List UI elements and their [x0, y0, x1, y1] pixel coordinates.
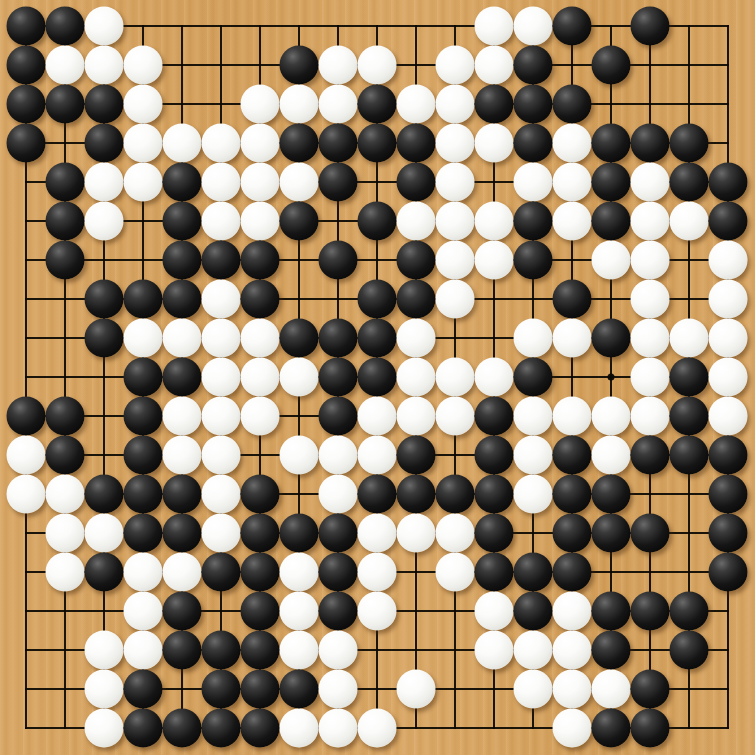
stone-white[interactable]: ○ [124, 592, 163, 631]
stone-black[interactable]: ● [85, 319, 124, 358]
stone-white[interactable]: ○ [202, 202, 241, 241]
stone-white[interactable]: ○ [280, 709, 319, 748]
star-point [608, 374, 615, 381]
stone-black[interactable]: ● [553, 475, 592, 514]
stone-black[interactable]: ● [553, 436, 592, 475]
stone-black[interactable]: ● [241, 553, 280, 592]
stone-white[interactable]: ○ [709, 358, 748, 397]
stone-black[interactable]: ● [514, 124, 553, 163]
stone-black[interactable]: ● [631, 7, 670, 46]
stone-black[interactable]: ● [553, 514, 592, 553]
stone-white[interactable]: ○ [85, 163, 124, 202]
stone-black[interactable]: ● [553, 280, 592, 319]
stone-white[interactable]: ○ [124, 124, 163, 163]
stone-black[interactable]: ● [475, 514, 514, 553]
stone-white[interactable]: ○ [7, 436, 46, 475]
stone-white[interactable]: ○ [358, 397, 397, 436]
stone-black[interactable]: ● [7, 397, 46, 436]
stone-black[interactable]: ● [670, 631, 709, 670]
stone-white[interactable]: ○ [553, 397, 592, 436]
stone-white[interactable]: ○ [514, 670, 553, 709]
stone-black[interactable]: ● [514, 241, 553, 280]
stone-white[interactable]: ○ [709, 241, 748, 280]
stone-black[interactable]: ● [397, 124, 436, 163]
stone-white[interactable]: ○ [709, 280, 748, 319]
stone-black[interactable]: ● [319, 163, 358, 202]
stone-white[interactable]: ○ [553, 163, 592, 202]
stone-black[interactable]: ● [670, 124, 709, 163]
stone-white[interactable]: ○ [397, 319, 436, 358]
stone-white[interactable]: ○ [241, 397, 280, 436]
stone-black[interactable]: ● [319, 241, 358, 280]
stone-black[interactable]: ● [163, 631, 202, 670]
go-game-screenshot: ●●○○○●●●○○○●○○○○●●●●●○○○○●○○●●●●●○○○○●●●… [0, 0, 755, 755]
stone-black[interactable]: ● [241, 280, 280, 319]
stone-white[interactable]: ○ [202, 397, 241, 436]
stone-black[interactable]: ● [592, 514, 631, 553]
stone-white[interactable]: ○ [85, 7, 124, 46]
stone-white[interactable]: ○ [553, 319, 592, 358]
stone-white[interactable]: ○ [631, 163, 670, 202]
stone-white[interactable]: ○ [124, 85, 163, 124]
stone-black[interactable]: ● [46, 241, 85, 280]
stone-black[interactable]: ● [163, 475, 202, 514]
stone-black[interactable]: ● [319, 397, 358, 436]
stone-black[interactable]: ● [709, 475, 748, 514]
stone-white[interactable]: ○ [163, 319, 202, 358]
stone-black[interactable]: ● [241, 670, 280, 709]
stone-white[interactable]: ○ [85, 514, 124, 553]
stone-white[interactable]: ○ [280, 553, 319, 592]
stone-white[interactable]: ○ [670, 202, 709, 241]
stone-black[interactable]: ● [163, 280, 202, 319]
stone-black[interactable]: ● [592, 124, 631, 163]
stone-white[interactable]: ○ [319, 85, 358, 124]
stone-black[interactable]: ● [514, 85, 553, 124]
stone-black[interactable]: ● [397, 280, 436, 319]
stone-black[interactable]: ● [202, 670, 241, 709]
stone-black[interactable]: ● [475, 475, 514, 514]
stone-white[interactable]: ○ [202, 124, 241, 163]
stone-white[interactable]: ○ [397, 202, 436, 241]
stone-white[interactable]: ○ [163, 436, 202, 475]
stone-black[interactable]: ● [358, 85, 397, 124]
stone-white[interactable]: ○ [241, 202, 280, 241]
stone-black[interactable]: ● [475, 85, 514, 124]
stone-black[interactable]: ● [592, 319, 631, 358]
stone-white[interactable]: ○ [475, 46, 514, 85]
stone-black[interactable]: ● [475, 436, 514, 475]
stone-white[interactable]: ○ [241, 319, 280, 358]
stone-black[interactable]: ● [397, 241, 436, 280]
stone-white[interactable]: ○ [163, 553, 202, 592]
stone-black[interactable]: ● [46, 436, 85, 475]
stone-black[interactable]: ● [553, 7, 592, 46]
stone-white[interactable]: ○ [514, 7, 553, 46]
stone-white[interactable]: ○ [436, 202, 475, 241]
stone-black[interactable]: ● [241, 709, 280, 748]
stone-black[interactable]: ● [202, 553, 241, 592]
stone-white[interactable]: ○ [397, 670, 436, 709]
stone-white[interactable]: ○ [553, 709, 592, 748]
stone-white[interactable]: ○ [124, 319, 163, 358]
stone-white[interactable]: ○ [436, 124, 475, 163]
stone-white[interactable]: ○ [592, 670, 631, 709]
stone-white[interactable]: ○ [124, 553, 163, 592]
stone-black[interactable]: ● [631, 592, 670, 631]
stone-white[interactable]: ○ [475, 7, 514, 46]
stone-white[interactable]: ○ [202, 436, 241, 475]
stone-white[interactable]: ○ [631, 319, 670, 358]
stone-black[interactable]: ● [163, 163, 202, 202]
stone-white[interactable]: ○ [241, 124, 280, 163]
stone-white[interactable]: ○ [85, 631, 124, 670]
stone-black[interactable]: ● [670, 163, 709, 202]
stone-black[interactable]: ● [514, 592, 553, 631]
stone-black[interactable]: ● [592, 202, 631, 241]
stone-white[interactable]: ○ [46, 514, 85, 553]
stone-black[interactable]: ● [475, 397, 514, 436]
stone-black[interactable]: ● [241, 514, 280, 553]
stone-white[interactable]: ○ [319, 709, 358, 748]
stone-black[interactable]: ● [46, 7, 85, 46]
stone-black[interactable]: ● [124, 358, 163, 397]
go-board[interactable]: ●●○○○●●●○○○●○○○○●●●●●○○○○●○○●●●●●○○○○●●●… [0, 0, 755, 755]
stone-white[interactable]: ○ [514, 397, 553, 436]
stone-white[interactable]: ○ [475, 631, 514, 670]
stone-black[interactable]: ● [124, 436, 163, 475]
stone-white[interactable]: ○ [202, 163, 241, 202]
stone-white[interactable]: ○ [631, 202, 670, 241]
stone-black[interactable]: ● [592, 709, 631, 748]
stone-white[interactable]: ○ [436, 514, 475, 553]
stone-white[interactable]: ○ [514, 319, 553, 358]
stone-black[interactable]: ● [358, 280, 397, 319]
stone-black[interactable]: ● [280, 46, 319, 85]
stone-black[interactable]: ● [709, 202, 748, 241]
stone-black[interactable]: ● [358, 475, 397, 514]
stone-white[interactable]: ○ [397, 514, 436, 553]
stone-white[interactable]: ○ [319, 670, 358, 709]
stone-white[interactable]: ○ [631, 280, 670, 319]
stone-black[interactable]: ● [202, 709, 241, 748]
stone-black[interactable]: ● [46, 202, 85, 241]
stone-black[interactable]: ● [631, 124, 670, 163]
stone-white[interactable]: ○ [280, 358, 319, 397]
stone-black[interactable]: ● [514, 202, 553, 241]
stone-black[interactable]: ● [85, 124, 124, 163]
stone-black[interactable]: ● [124, 280, 163, 319]
stone-white[interactable]: ○ [358, 592, 397, 631]
stone-white[interactable]: ○ [319, 436, 358, 475]
stone-black[interactable]: ● [709, 163, 748, 202]
stone-black[interactable]: ● [7, 124, 46, 163]
stone-black[interactable]: ● [163, 241, 202, 280]
stone-white[interactable]: ○ [436, 397, 475, 436]
stone-black[interactable]: ● [514, 553, 553, 592]
stone-white[interactable]: ○ [163, 397, 202, 436]
stone-white[interactable]: ○ [241, 163, 280, 202]
stone-white[interactable]: ○ [631, 358, 670, 397]
stone-white[interactable]: ○ [514, 631, 553, 670]
stone-white[interactable]: ○ [46, 553, 85, 592]
stone-white[interactable]: ○ [475, 202, 514, 241]
stone-black[interactable]: ● [592, 46, 631, 85]
stone-black[interactable]: ● [670, 358, 709, 397]
stone-white[interactable]: ○ [358, 436, 397, 475]
stone-black[interactable]: ● [124, 397, 163, 436]
stone-black[interactable]: ● [358, 124, 397, 163]
stone-white[interactable]: ○ [436, 553, 475, 592]
stone-black[interactable]: ● [397, 436, 436, 475]
stone-white[interactable]: ○ [319, 631, 358, 670]
stone-black[interactable]: ● [358, 358, 397, 397]
stone-black[interactable]: ● [709, 514, 748, 553]
stone-black[interactable]: ● [280, 124, 319, 163]
stone-white[interactable]: ○ [553, 592, 592, 631]
stone-black[interactable]: ● [280, 202, 319, 241]
stone-black[interactable]: ● [202, 631, 241, 670]
stone-black[interactable]: ● [514, 46, 553, 85]
stone-black[interactable]: ● [7, 85, 46, 124]
stone-white[interactable]: ○ [202, 358, 241, 397]
stone-white[interactable]: ○ [358, 46, 397, 85]
stone-white[interactable]: ○ [202, 475, 241, 514]
stone-black[interactable]: ● [631, 709, 670, 748]
stone-white[interactable]: ○ [592, 397, 631, 436]
stone-white[interactable]: ○ [436, 163, 475, 202]
stone-black[interactable]: ● [514, 358, 553, 397]
stone-black[interactable]: ● [163, 592, 202, 631]
stone-black[interactable]: ● [319, 514, 358, 553]
stone-black[interactable]: ● [553, 553, 592, 592]
stone-white[interactable]: ○ [553, 202, 592, 241]
stone-black[interactable]: ● [319, 553, 358, 592]
stone-white[interactable]: ○ [631, 241, 670, 280]
stone-white[interactable]: ○ [553, 124, 592, 163]
stone-white[interactable]: ○ [436, 46, 475, 85]
stone-black[interactable]: ● [709, 436, 748, 475]
stone-white[interactable]: ○ [241, 358, 280, 397]
stone-white[interactable]: ○ [85, 670, 124, 709]
stone-black[interactable]: ● [7, 7, 46, 46]
stone-black[interactable]: ● [241, 241, 280, 280]
stone-white[interactable]: ○ [280, 592, 319, 631]
stone-white[interactable]: ○ [7, 475, 46, 514]
stone-white[interactable]: ○ [280, 631, 319, 670]
stone-white[interactable]: ○ [358, 709, 397, 748]
stone-white[interactable]: ○ [709, 319, 748, 358]
stone-white[interactable]: ○ [202, 280, 241, 319]
stone-black[interactable]: ● [280, 670, 319, 709]
stone-black[interactable]: ● [280, 319, 319, 358]
stone-black[interactable]: ● [631, 514, 670, 553]
stone-white[interactable]: ○ [46, 475, 85, 514]
stone-white[interactable]: ○ [46, 46, 85, 85]
stone-white[interactable]: ○ [85, 202, 124, 241]
stone-white[interactable]: ○ [241, 85, 280, 124]
stone-white[interactable]: ○ [436, 358, 475, 397]
stone-white[interactable]: ○ [358, 553, 397, 592]
stone-white[interactable]: ○ [124, 631, 163, 670]
stone-white[interactable]: ○ [475, 124, 514, 163]
stone-black[interactable]: ● [7, 46, 46, 85]
stone-white[interactable]: ○ [319, 475, 358, 514]
stone-white[interactable]: ○ [85, 709, 124, 748]
stone-white[interactable]: ○ [202, 514, 241, 553]
stone-white[interactable]: ○ [436, 241, 475, 280]
stone-black[interactable]: ● [436, 475, 475, 514]
stone-white[interactable]: ○ [592, 241, 631, 280]
stone-black[interactable]: ● [631, 670, 670, 709]
stone-white[interactable]: ○ [475, 241, 514, 280]
stone-black[interactable]: ● [592, 631, 631, 670]
stone-white[interactable]: ○ [358, 514, 397, 553]
stone-white[interactable]: ○ [553, 670, 592, 709]
stone-black[interactable]: ● [163, 709, 202, 748]
stone-white[interactable]: ○ [319, 46, 358, 85]
stone-black[interactable]: ● [46, 397, 85, 436]
stone-white[interactable]: ○ [514, 163, 553, 202]
stone-black[interactable]: ● [163, 514, 202, 553]
stone-white[interactable]: ○ [475, 358, 514, 397]
stone-black[interactable]: ● [553, 85, 592, 124]
stone-black[interactable]: ● [358, 202, 397, 241]
stone-black[interactable]: ● [124, 475, 163, 514]
stone-white[interactable]: ○ [397, 85, 436, 124]
stone-black[interactable]: ● [397, 163, 436, 202]
stone-black[interactable]: ● [475, 553, 514, 592]
stone-white[interactable]: ○ [592, 436, 631, 475]
stone-black[interactable]: ● [592, 163, 631, 202]
stone-black[interactable]: ● [163, 202, 202, 241]
stone-black[interactable]: ● [85, 553, 124, 592]
stone-white[interactable]: ○ [709, 397, 748, 436]
stone-black[interactable]: ● [319, 358, 358, 397]
stone-black[interactable]: ● [85, 85, 124, 124]
stone-black[interactable]: ● [46, 163, 85, 202]
stone-black[interactable]: ● [319, 592, 358, 631]
stone-white[interactable]: ○ [280, 436, 319, 475]
stone-white[interactable]: ○ [514, 475, 553, 514]
stone-black[interactable]: ● [124, 670, 163, 709]
stone-black[interactable]: ● [670, 436, 709, 475]
stone-black[interactable]: ● [670, 592, 709, 631]
stone-black[interactable]: ● [241, 592, 280, 631]
stone-black[interactable]: ● [85, 475, 124, 514]
stone-black[interactable]: ● [241, 475, 280, 514]
stone-white[interactable]: ○ [553, 631, 592, 670]
stone-black[interactable]: ● [280, 514, 319, 553]
stone-white[interactable]: ○ [397, 397, 436, 436]
stone-white[interactable]: ○ [475, 592, 514, 631]
stone-black[interactable]: ● [85, 280, 124, 319]
stone-black[interactable]: ● [46, 85, 85, 124]
stone-black[interactable]: ● [592, 475, 631, 514]
stone-white[interactable]: ○ [436, 280, 475, 319]
stone-white[interactable]: ○ [124, 163, 163, 202]
stone-black[interactable]: ● [709, 553, 748, 592]
stone-black[interactable]: ● [631, 436, 670, 475]
stone-black[interactable]: ● [124, 514, 163, 553]
stone-black[interactable]: ● [241, 631, 280, 670]
stone-black[interactable]: ● [319, 319, 358, 358]
stone-black[interactable]: ● [397, 475, 436, 514]
stone-white[interactable]: ○ [85, 46, 124, 85]
stone-white[interactable]: ○ [163, 124, 202, 163]
stone-white[interactable]: ○ [631, 397, 670, 436]
stone-black[interactable]: ● [592, 592, 631, 631]
stone-black[interactable]: ● [319, 124, 358, 163]
stone-black[interactable]: ● [163, 358, 202, 397]
stone-black[interactable]: ● [358, 319, 397, 358]
stone-white[interactable]: ○ [670, 319, 709, 358]
stone-white[interactable]: ○ [280, 85, 319, 124]
stone-white[interactable]: ○ [280, 163, 319, 202]
stone-white[interactable]: ○ [514, 436, 553, 475]
stone-black[interactable]: ● [202, 241, 241, 280]
stone-white[interactable]: ○ [397, 358, 436, 397]
stone-black[interactable]: ● [124, 709, 163, 748]
stone-white[interactable]: ○ [436, 85, 475, 124]
stone-white[interactable]: ○ [124, 46, 163, 85]
stone-white[interactable]: ○ [202, 319, 241, 358]
stone-black[interactable]: ● [670, 397, 709, 436]
